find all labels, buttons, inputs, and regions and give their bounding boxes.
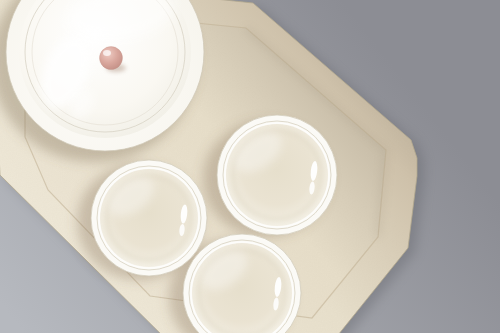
knob-highlight: [103, 50, 111, 56]
bowl-center-right: small white bowl: [217, 115, 337, 235]
bowl-center-left: small white bowl: [91, 160, 207, 276]
still-life-photo: plain blue-grey tabletop cream octagonal…: [0, 0, 500, 333]
dish-knob: [100, 47, 123, 70]
photo-canvas: plain blue-grey tabletop cream octagonal…: [0, 0, 500, 333]
